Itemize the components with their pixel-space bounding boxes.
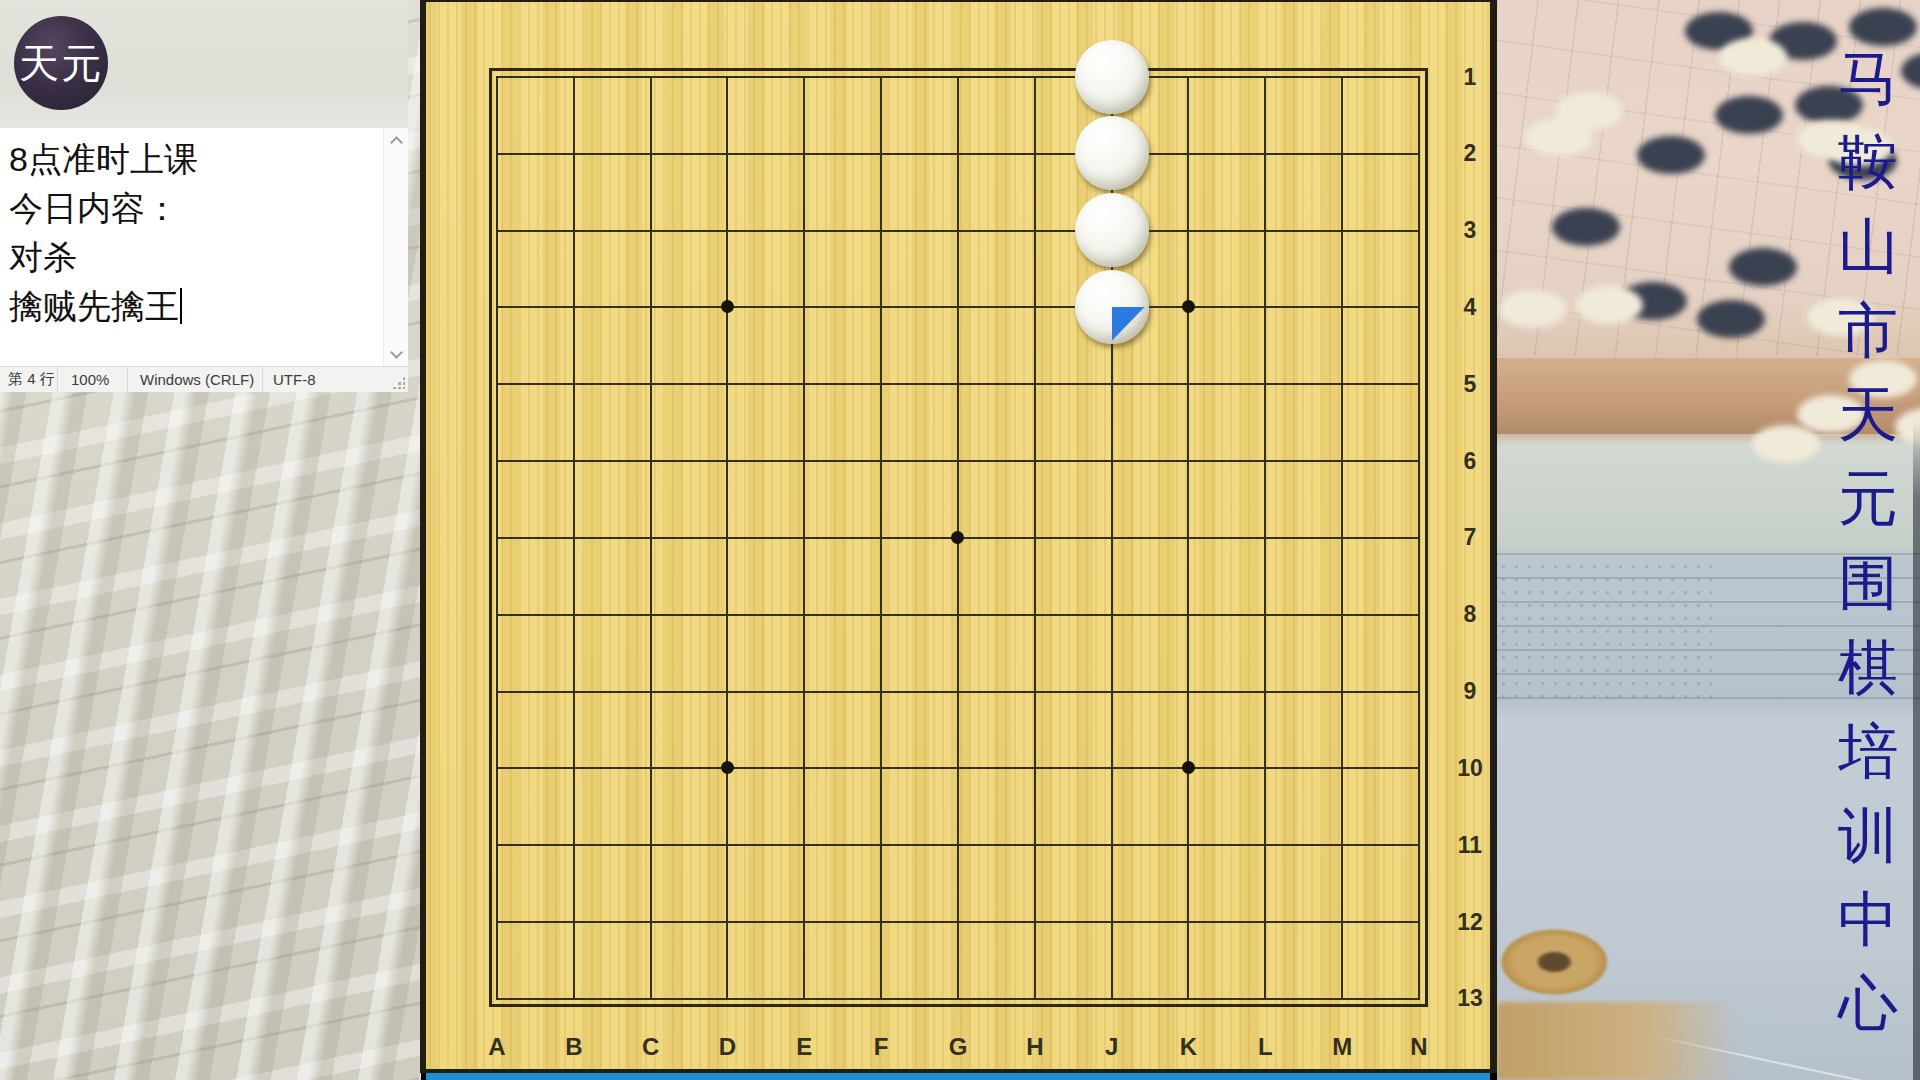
row-label-13: 13 — [1448, 983, 1492, 1013]
status-encoding: UTF-8 — [263, 367, 353, 392]
notepad-line: 今日内容： — [9, 184, 383, 233]
banner-char: 中 — [1838, 889, 1898, 949]
column-label-A: A — [477, 1033, 517, 1061]
banner-char: 天 — [1838, 384, 1898, 444]
row-label-1: 1 — [1448, 62, 1492, 92]
banner-char: 鞍 — [1838, 132, 1898, 192]
notepad-window: 天元 8点准时上课今日内容：对杀擒贼先擒王 第 4 行 100% Windows… — [0, 0, 408, 392]
banner-char: 棋 — [1838, 637, 1898, 697]
window-bottom-strip — [426, 1073, 1490, 1080]
column-label-D: D — [707, 1033, 747, 1061]
notepad-line: 对杀 — [9, 233, 383, 282]
photo-black-stone — [1552, 208, 1620, 246]
notepad-scrollbar[interactable] — [383, 128, 408, 366]
row-label-12: 12 — [1448, 907, 1492, 937]
photo-right-edge-shadow — [1913, 420, 1920, 1080]
white-stone-J4 — [1075, 270, 1149, 344]
photo-texture-dots — [1497, 560, 1712, 705]
board-frame — [420, 0, 1497, 2]
photo-white-stone — [1719, 38, 1787, 76]
photo-white-stone — [1499, 290, 1567, 328]
row-label-2: 2 — [1448, 138, 1492, 168]
column-label-L: L — [1245, 1033, 1285, 1061]
photo-black-stone — [1729, 248, 1797, 286]
resize-grip-icon[interactable] — [392, 376, 405, 389]
column-label-B: B — [554, 1033, 594, 1061]
row-label-10: 10 — [1448, 753, 1492, 783]
notepad-line: 8点准时上课 — [9, 135, 383, 184]
banner-char: 市 — [1838, 300, 1898, 360]
training-center-banner: 马鞍山市天元围棋培训中心 — [1835, 48, 1901, 1033]
status-line-info: 第 4 行 — [0, 367, 57, 392]
banner-char: 马 — [1838, 48, 1898, 108]
photo-wood-patch — [1497, 1002, 1767, 1080]
column-label-J: J — [1092, 1033, 1132, 1061]
chevron-down-icon — [390, 346, 403, 359]
row-label-3: 3 — [1448, 215, 1492, 245]
text-caret — [180, 288, 182, 324]
row-label-4: 4 — [1448, 292, 1492, 322]
photo-black-stone — [1849, 8, 1917, 46]
column-label-E: E — [784, 1033, 824, 1061]
column-label-K: K — [1168, 1033, 1208, 1061]
column-label-F: F — [861, 1033, 901, 1061]
photo-white-stone — [1575, 286, 1643, 324]
photo-black-stone — [1697, 300, 1765, 338]
banner-char: 培 — [1838, 721, 1898, 781]
white-stone-J2 — [1075, 116, 1149, 190]
notepad-status-bar: 第 4 行 100% Windows (CRLF) UTF-8 — [0, 366, 408, 392]
row-label-5: 5 — [1448, 369, 1492, 399]
notepad-text-area[interactable]: 8点准时上课今日内容：对杀擒贼先擒王 — [0, 128, 383, 366]
go-club-photo: 马鞍山市天元围棋培训中心 — [1497, 0, 1920, 1080]
white-stone-J3 — [1075, 193, 1149, 267]
column-label-H: H — [1015, 1033, 1055, 1061]
column-label-M: M — [1322, 1033, 1362, 1061]
photo-white-stone — [1752, 425, 1820, 463]
banner-char: 心 — [1838, 973, 1898, 1033]
chevron-up-icon — [390, 136, 403, 149]
banner-char: 元 — [1838, 468, 1898, 528]
status-zoom-level[interactable]: 100% — [58, 367, 127, 392]
banner-char: 训 — [1838, 805, 1898, 865]
white-stone-J1 — [1075, 40, 1149, 114]
status-line-ending: Windows (CRLF) — [128, 367, 262, 392]
column-label-N: N — [1399, 1033, 1439, 1061]
board-frame — [420, 0, 426, 1073]
photo-black-stone — [1715, 96, 1783, 134]
row-label-11: 11 — [1448, 830, 1492, 860]
row-label-6: 6 — [1448, 446, 1492, 476]
row-label-9: 9 — [1448, 676, 1492, 706]
row-label-8: 8 — [1448, 599, 1492, 629]
scroll-down-button[interactable] — [384, 342, 409, 366]
screen: 天元 8点准时上课今日内容：对杀擒贼先擒王 第 4 行 100% Windows… — [0, 0, 1920, 1080]
tianyuan-seal-logo: 天元 — [14, 16, 108, 110]
photo-white-stone — [1525, 118, 1593, 156]
column-label-G: G — [938, 1033, 978, 1061]
photo-black-stone — [1637, 136, 1705, 174]
notepad-header-area: 天元 — [0, 0, 408, 128]
banner-char: 山 — [1838, 216, 1898, 276]
banner-char: 围 — [1838, 552, 1898, 612]
logo-text: 天元 — [19, 36, 103, 91]
notepad-line: 擒贼先擒王 — [9, 282, 383, 331]
row-label-7: 7 — [1448, 522, 1492, 552]
scroll-up-button[interactable] — [384, 128, 409, 152]
column-label-C: C — [631, 1033, 671, 1061]
go-board-panel: ABCDEFGHJKLMN12345678910111213 — [420, 0, 1497, 1073]
